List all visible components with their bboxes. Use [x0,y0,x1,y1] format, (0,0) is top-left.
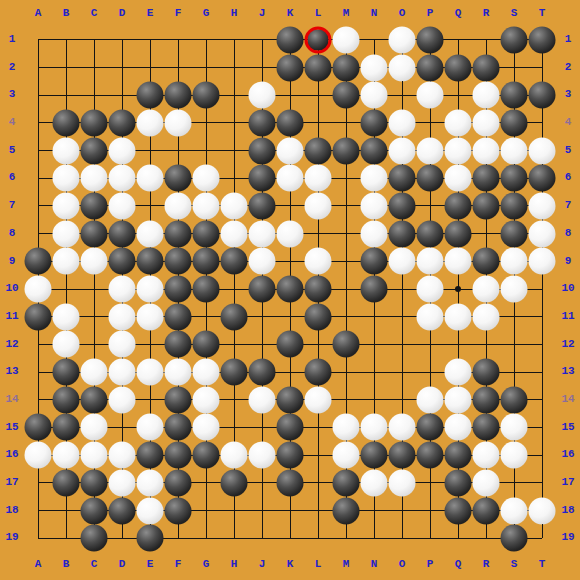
board-point-J1[interactable] [248,26,276,54]
board-point-C1[interactable] [80,26,108,54]
board-point-G6[interactable] [192,164,220,192]
board-point-O16[interactable] [388,441,416,469]
board-point-O10[interactable] [388,275,416,303]
board-point-A6[interactable] [24,164,52,192]
board-point-E16[interactable] [136,441,164,469]
board-point-P14[interactable] [416,386,444,414]
board-point-C10[interactable] [80,275,108,303]
board-point-P15[interactable] [416,414,444,442]
board-point-H1[interactable] [220,26,248,54]
board-point-Q15[interactable] [444,414,472,442]
board-point-G16[interactable] [192,441,220,469]
board-point-O12[interactable] [388,331,416,359]
board-point-P13[interactable] [416,358,444,386]
board-point-R6[interactable] [472,164,500,192]
board-point-K5[interactable] [276,137,304,165]
board-point-A4[interactable] [24,109,52,137]
board-point-P11[interactable] [416,303,444,331]
board-point-D15[interactable] [108,414,136,442]
board-point-G9[interactable] [192,248,220,276]
board-point-F14[interactable] [164,386,192,414]
board-point-H16[interactable] [220,441,248,469]
board-point-M10[interactable] [332,275,360,303]
board-point-C6[interactable] [80,164,108,192]
board-point-G1[interactable] [192,26,220,54]
board-point-N4[interactable] [360,109,388,137]
board-point-G7[interactable] [192,192,220,220]
board-point-D11[interactable] [108,303,136,331]
board-point-B13[interactable] [52,358,80,386]
board-point-D14[interactable] [108,386,136,414]
board-point-H14[interactable] [220,386,248,414]
board-point-P1[interactable] [416,26,444,54]
board-point-R17[interactable] [472,469,500,497]
board-point-A1[interactable] [24,26,52,54]
board-point-E3[interactable] [136,81,164,109]
board-point-G18[interactable] [192,497,220,525]
board-point-O18[interactable] [388,497,416,525]
board-point-C3[interactable] [80,81,108,109]
board-point-O11[interactable] [388,303,416,331]
board-point-K3[interactable] [276,81,304,109]
board-point-Q9[interactable] [444,248,472,276]
board-point-J12[interactable] [248,331,276,359]
board-point-D7[interactable] [108,192,136,220]
board-point-L2[interactable] [304,54,332,82]
board-point-F19[interactable] [164,524,192,552]
board-point-Q12[interactable] [444,331,472,359]
board-point-N3[interactable] [360,81,388,109]
board-point-M15[interactable] [332,414,360,442]
board-point-Q17[interactable] [444,469,472,497]
board-point-Q4[interactable] [444,109,472,137]
board-point-J5[interactable] [248,137,276,165]
board-point-J10[interactable] [248,275,276,303]
board-point-O7[interactable] [388,192,416,220]
board-point-T9[interactable] [528,248,556,276]
board-point-J14[interactable] [248,386,276,414]
board-point-N8[interactable] [360,220,388,248]
board-point-D18[interactable] [108,497,136,525]
board-point-N11[interactable] [360,303,388,331]
board-point-N5[interactable] [360,137,388,165]
board-point-F1[interactable] [164,26,192,54]
board-point-J15[interactable] [248,414,276,442]
board-point-F2[interactable] [164,54,192,82]
board-point-G13[interactable] [192,358,220,386]
board-point-B4[interactable] [52,109,80,137]
board-point-L18[interactable] [304,497,332,525]
board-point-B5[interactable] [52,137,80,165]
board-point-B9[interactable] [52,248,80,276]
board-point-R2[interactable] [472,54,500,82]
board-point-P7[interactable] [416,192,444,220]
board-point-T18[interactable] [528,497,556,525]
board-point-G14[interactable] [192,386,220,414]
board-point-B11[interactable] [52,303,80,331]
board-point-R11[interactable] [472,303,500,331]
board-point-Q8[interactable] [444,220,472,248]
board-point-Q11[interactable] [444,303,472,331]
board-point-A14[interactable] [24,386,52,414]
board-point-S7[interactable] [500,192,528,220]
board-point-L10[interactable] [304,275,332,303]
board-point-R7[interactable] [472,192,500,220]
board-point-L17[interactable] [304,469,332,497]
board-point-D1[interactable] [108,26,136,54]
board-point-S8[interactable] [500,220,528,248]
board-point-F15[interactable] [164,414,192,442]
board-point-B18[interactable] [52,497,80,525]
board-point-A19[interactable] [24,524,52,552]
board-point-P5[interactable] [416,137,444,165]
board-point-D19[interactable] [108,524,136,552]
board-point-T10[interactable] [528,275,556,303]
board-point-K9[interactable] [276,248,304,276]
board-point-F7[interactable] [164,192,192,220]
board-point-N2[interactable] [360,54,388,82]
board-point-O5[interactable] [388,137,416,165]
board-point-N19[interactable] [360,524,388,552]
board-point-R15[interactable] [472,414,500,442]
board-point-D2[interactable] [108,54,136,82]
board-point-T12[interactable] [528,331,556,359]
board-point-K7[interactable] [276,192,304,220]
board-point-Q10[interactable] [444,275,472,303]
board-point-G4[interactable] [192,109,220,137]
board-point-E14[interactable] [136,386,164,414]
board-point-J8[interactable] [248,220,276,248]
board-point-T16[interactable] [528,441,556,469]
board-point-T7[interactable] [528,192,556,220]
board-point-C12[interactable] [80,331,108,359]
board-point-L6[interactable] [304,164,332,192]
board-point-H12[interactable] [220,331,248,359]
board-point-L3[interactable] [304,81,332,109]
board-point-A16[interactable] [24,441,52,469]
board-point-T4[interactable] [528,109,556,137]
board-point-S6[interactable] [500,164,528,192]
board-point-E8[interactable] [136,220,164,248]
board-point-N18[interactable] [360,497,388,525]
board-point-R19[interactable] [472,524,500,552]
board-point-R10[interactable] [472,275,500,303]
board-point-J4[interactable] [248,109,276,137]
board-point-B3[interactable] [52,81,80,109]
board-point-T13[interactable] [528,358,556,386]
board-point-S2[interactable] [500,54,528,82]
board-point-F3[interactable] [164,81,192,109]
board-point-C11[interactable] [80,303,108,331]
board-point-G2[interactable] [192,54,220,82]
board-point-C19[interactable] [80,524,108,552]
board-point-J13[interactable] [248,358,276,386]
board-point-S4[interactable] [500,109,528,137]
board-point-H2[interactable] [220,54,248,82]
board-point-O17[interactable] [388,469,416,497]
board-point-A11[interactable] [24,303,52,331]
board-point-N17[interactable] [360,469,388,497]
board-point-T15[interactable] [528,414,556,442]
board-point-J9[interactable] [248,248,276,276]
board-point-G3[interactable] [192,81,220,109]
board-point-A8[interactable] [24,220,52,248]
board-point-E6[interactable] [136,164,164,192]
board-point-M5[interactable] [332,137,360,165]
board-point-C8[interactable] [80,220,108,248]
board-point-P2[interactable] [416,54,444,82]
board-point-R14[interactable] [472,386,500,414]
board-point-G10[interactable] [192,275,220,303]
board-point-H18[interactable] [220,497,248,525]
board-point-T3[interactable] [528,81,556,109]
board-point-D17[interactable] [108,469,136,497]
board-point-D10[interactable] [108,275,136,303]
board-point-C15[interactable] [80,414,108,442]
board-point-Q3[interactable] [444,81,472,109]
board-point-E4[interactable] [136,109,164,137]
board-point-R16[interactable] [472,441,500,469]
board-point-A13[interactable] [24,358,52,386]
board-point-E2[interactable] [136,54,164,82]
board-point-E15[interactable] [136,414,164,442]
board-point-S11[interactable] [500,303,528,331]
board-point-A9[interactable] [24,248,52,276]
board-point-T8[interactable] [528,220,556,248]
board-point-H9[interactable] [220,248,248,276]
board-point-K15[interactable] [276,414,304,442]
board-point-C7[interactable] [80,192,108,220]
board-point-G12[interactable] [192,331,220,359]
board-point-Q14[interactable] [444,386,472,414]
board-point-F11[interactable] [164,303,192,331]
board-point-D16[interactable] [108,441,136,469]
board-point-O13[interactable] [388,358,416,386]
board-point-L16[interactable] [304,441,332,469]
board-point-M7[interactable] [332,192,360,220]
board-point-M1[interactable] [332,26,360,54]
board-point-C4[interactable] [80,109,108,137]
board-point-M18[interactable] [332,497,360,525]
board-point-R3[interactable] [472,81,500,109]
board-point-H4[interactable] [220,109,248,137]
board-point-H17[interactable] [220,469,248,497]
board-point-M19[interactable] [332,524,360,552]
board-point-P6[interactable] [416,164,444,192]
board-point-L5[interactable] [304,137,332,165]
board-point-R12[interactable] [472,331,500,359]
board-point-A18[interactable] [24,497,52,525]
board-point-K4[interactable] [276,109,304,137]
board-point-Q1[interactable] [444,26,472,54]
board-point-N7[interactable] [360,192,388,220]
board-point-M6[interactable] [332,164,360,192]
board-point-K12[interactable] [276,331,304,359]
board-point-R1[interactable] [472,26,500,54]
board-point-F4[interactable] [164,109,192,137]
board-point-N15[interactable] [360,414,388,442]
board-point-N14[interactable] [360,386,388,414]
board-point-N1[interactable] [360,26,388,54]
board-point-N9[interactable] [360,248,388,276]
board-point-O19[interactable] [388,524,416,552]
board-point-A2[interactable] [24,54,52,82]
board-point-C16[interactable] [80,441,108,469]
board-point-S17[interactable] [500,469,528,497]
board-point-L12[interactable] [304,331,332,359]
board-point-K14[interactable] [276,386,304,414]
board-point-D6[interactable] [108,164,136,192]
board-point-J19[interactable] [248,524,276,552]
board-point-E5[interactable] [136,137,164,165]
board-point-G19[interactable] [192,524,220,552]
board-point-J16[interactable] [248,441,276,469]
board-point-O14[interactable] [388,386,416,414]
board-point-S1[interactable] [500,26,528,54]
board-point-B14[interactable] [52,386,80,414]
board-point-B7[interactable] [52,192,80,220]
board-point-M12[interactable] [332,331,360,359]
board-point-L7[interactable] [304,192,332,220]
board-point-D3[interactable] [108,81,136,109]
board-point-B17[interactable] [52,469,80,497]
board-point-B8[interactable] [52,220,80,248]
board-point-S16[interactable] [500,441,528,469]
board-point-N13[interactable] [360,358,388,386]
board-point-E19[interactable] [136,524,164,552]
board-point-F9[interactable] [164,248,192,276]
board-point-O9[interactable] [388,248,416,276]
board-point-N6[interactable] [360,164,388,192]
board-point-G15[interactable] [192,414,220,442]
board-point-M8[interactable] [332,220,360,248]
board-point-E12[interactable] [136,331,164,359]
board-point-K6[interactable] [276,164,304,192]
board-point-K17[interactable] [276,469,304,497]
board-point-T11[interactable] [528,303,556,331]
board-point-R13[interactable] [472,358,500,386]
board-point-J3[interactable] [248,81,276,109]
board-point-Q7[interactable] [444,192,472,220]
board-point-C18[interactable] [80,497,108,525]
board-point-S13[interactable] [500,358,528,386]
board-point-P19[interactable] [416,524,444,552]
board-point-Q16[interactable] [444,441,472,469]
board-point-L4[interactable] [304,109,332,137]
board-point-R9[interactable] [472,248,500,276]
board-point-O1[interactable] [388,26,416,54]
board-point-M14[interactable] [332,386,360,414]
board-point-R4[interactable] [472,109,500,137]
board-point-H3[interactable] [220,81,248,109]
board-point-S10[interactable] [500,275,528,303]
board-point-C17[interactable] [80,469,108,497]
board-point-H8[interactable] [220,220,248,248]
board-point-D9[interactable] [108,248,136,276]
board-point-N16[interactable] [360,441,388,469]
board-point-E10[interactable] [136,275,164,303]
board-point-A12[interactable] [24,331,52,359]
board-point-Q2[interactable] [444,54,472,82]
board-point-S12[interactable] [500,331,528,359]
board-point-O3[interactable] [388,81,416,109]
board-point-L1[interactable] [304,26,332,54]
board-point-K19[interactable] [276,524,304,552]
board-point-J17[interactable] [248,469,276,497]
board-point-H19[interactable] [220,524,248,552]
board-point-H7[interactable] [220,192,248,220]
board-point-B6[interactable] [52,164,80,192]
board-point-Q6[interactable] [444,164,472,192]
board-point-P9[interactable] [416,248,444,276]
board-point-M9[interactable] [332,248,360,276]
board-point-T19[interactable] [528,524,556,552]
board-point-J11[interactable] [248,303,276,331]
board-point-J2[interactable] [248,54,276,82]
board-point-S14[interactable] [500,386,528,414]
board-point-J7[interactable] [248,192,276,220]
board-point-E9[interactable] [136,248,164,276]
board-point-B12[interactable] [52,331,80,359]
board-point-N12[interactable] [360,331,388,359]
board-point-M13[interactable] [332,358,360,386]
board-point-G5[interactable] [192,137,220,165]
board-point-K1[interactable] [276,26,304,54]
board-point-Q13[interactable] [444,358,472,386]
board-point-D4[interactable] [108,109,136,137]
board-point-L8[interactable] [304,220,332,248]
board-point-O15[interactable] [388,414,416,442]
board-point-T6[interactable] [528,164,556,192]
board-point-F12[interactable] [164,331,192,359]
board-point-B19[interactable] [52,524,80,552]
board-point-B16[interactable] [52,441,80,469]
board-point-D13[interactable] [108,358,136,386]
board-point-E1[interactable] [136,26,164,54]
board-point-E13[interactable] [136,358,164,386]
board-point-R8[interactable] [472,220,500,248]
board-point-P17[interactable] [416,469,444,497]
board-point-A10[interactable] [24,275,52,303]
board-point-J6[interactable] [248,164,276,192]
board-point-S18[interactable] [500,497,528,525]
board-point-N10[interactable] [360,275,388,303]
board-point-A15[interactable] [24,414,52,442]
board-point-E11[interactable] [136,303,164,331]
board-point-M16[interactable] [332,441,360,469]
board-point-K13[interactable] [276,358,304,386]
board-point-L13[interactable] [304,358,332,386]
board-point-R5[interactable] [472,137,500,165]
board-point-S3[interactable] [500,81,528,109]
board-point-A3[interactable] [24,81,52,109]
board-point-B10[interactable] [52,275,80,303]
board-point-H10[interactable] [220,275,248,303]
board-point-S19[interactable] [500,524,528,552]
board-point-T17[interactable] [528,469,556,497]
board-point-F17[interactable] [164,469,192,497]
board-point-H6[interactable] [220,164,248,192]
board-point-O4[interactable] [388,109,416,137]
board-point-C13[interactable] [80,358,108,386]
board-point-A7[interactable] [24,192,52,220]
board-point-Q5[interactable] [444,137,472,165]
board-point-O8[interactable] [388,220,416,248]
board-point-A17[interactable] [24,469,52,497]
board-point-P3[interactable] [416,81,444,109]
board-point-B1[interactable] [52,26,80,54]
board-point-S9[interactable] [500,248,528,276]
